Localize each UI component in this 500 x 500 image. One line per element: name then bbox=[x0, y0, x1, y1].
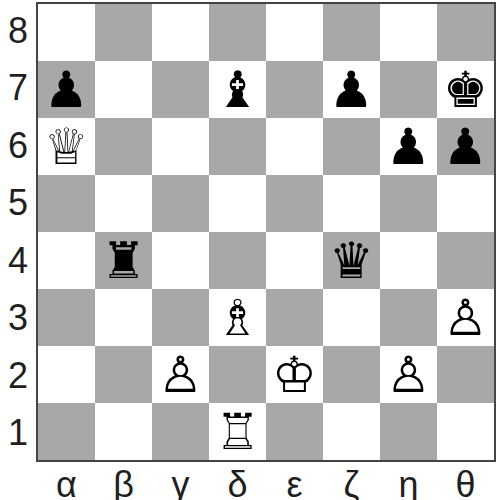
rank-label-3: 3 bbox=[0, 290, 36, 348]
black-king: ♚ bbox=[443, 65, 488, 115]
corner-spacer bbox=[0, 462, 36, 500]
square-ε8[interactable] bbox=[266, 4, 323, 61]
square-α2[interactable] bbox=[38, 346, 95, 403]
square-ε2[interactable]: ♔ bbox=[266, 346, 323, 403]
square-δ4[interactable] bbox=[209, 232, 266, 289]
rank-label-2: 2 bbox=[0, 347, 36, 405]
file-label-ε: ε bbox=[266, 462, 323, 500]
square-β8[interactable] bbox=[95, 4, 152, 61]
black-rook: ♜ bbox=[101, 236, 146, 286]
rank-label-5: 5 bbox=[0, 175, 36, 233]
square-β6[interactable] bbox=[95, 118, 152, 175]
black-pawn: ♟ bbox=[44, 65, 89, 115]
square-α4[interactable] bbox=[38, 232, 95, 289]
square-β7[interactable] bbox=[95, 61, 152, 118]
file-label-β: β bbox=[95, 462, 152, 500]
file-label-θ: θ bbox=[437, 462, 494, 500]
square-θ1[interactable] bbox=[437, 403, 494, 460]
black-pawn: ♟ bbox=[443, 122, 488, 172]
white-queen: ♕ bbox=[44, 122, 89, 172]
square-θ2[interactable] bbox=[437, 346, 494, 403]
square-θ7[interactable]: ♚ bbox=[437, 61, 494, 118]
square-γ3[interactable] bbox=[152, 289, 209, 346]
black-pawn: ♟ bbox=[329, 65, 374, 115]
white-bishop: ♗ bbox=[215, 293, 260, 343]
white-pawn: ♙ bbox=[158, 350, 203, 400]
black-bishop: ♝ bbox=[215, 65, 260, 115]
square-δ3[interactable]: ♗ bbox=[209, 289, 266, 346]
white-pawn: ♙ bbox=[386, 350, 431, 400]
file-labels: αβγδεζηθ bbox=[38, 462, 496, 500]
rank-label-1: 1 bbox=[0, 405, 36, 463]
square-ε6[interactable] bbox=[266, 118, 323, 175]
square-θ4[interactable] bbox=[437, 232, 494, 289]
rank-label-6: 6 bbox=[0, 117, 36, 175]
black-pawn: ♟ bbox=[386, 122, 431, 172]
square-δ8[interactable] bbox=[209, 4, 266, 61]
rank-label-7: 7 bbox=[0, 60, 36, 118]
square-δ6[interactable] bbox=[209, 118, 266, 175]
square-γ6[interactable] bbox=[152, 118, 209, 175]
square-ζ3[interactable] bbox=[323, 289, 380, 346]
white-rook: ♖ bbox=[215, 407, 260, 457]
square-γ5[interactable] bbox=[152, 175, 209, 232]
square-η5[interactable] bbox=[380, 175, 437, 232]
white-pawn: ♙ bbox=[443, 293, 488, 343]
square-ζ5[interactable] bbox=[323, 175, 380, 232]
square-α6[interactable]: ♕ bbox=[38, 118, 95, 175]
square-δ1[interactable]: ♖ bbox=[209, 403, 266, 460]
square-α7[interactable]: ♟ bbox=[38, 61, 95, 118]
chess-diagram: 87654321 ♟♝♟♚♕♟♟♜♛♗♙♙♔♙♖ αβγδεζηθ bbox=[0, 0, 500, 500]
rank-labels: 87654321 bbox=[0, 2, 36, 462]
square-ζ2[interactable] bbox=[323, 346, 380, 403]
square-ε4[interactable] bbox=[266, 232, 323, 289]
square-γ1[interactable] bbox=[152, 403, 209, 460]
square-δ2[interactable] bbox=[209, 346, 266, 403]
square-α5[interactable] bbox=[38, 175, 95, 232]
file-label-ζ: ζ bbox=[323, 462, 380, 500]
square-γ4[interactable] bbox=[152, 232, 209, 289]
square-η3[interactable] bbox=[380, 289, 437, 346]
file-label-γ: γ bbox=[152, 462, 209, 500]
square-ε1[interactable] bbox=[266, 403, 323, 460]
file-label-η: η bbox=[380, 462, 437, 500]
square-β3[interactable] bbox=[95, 289, 152, 346]
square-α8[interactable] bbox=[38, 4, 95, 61]
square-β5[interactable] bbox=[95, 175, 152, 232]
square-θ6[interactable]: ♟ bbox=[437, 118, 494, 175]
rank-label-4: 4 bbox=[0, 232, 36, 290]
square-η4[interactable] bbox=[380, 232, 437, 289]
square-θ8[interactable] bbox=[437, 4, 494, 61]
chess-board: ♟♝♟♚♕♟♟♜♛♗♙♙♔♙♖ bbox=[36, 2, 496, 462]
square-ε7[interactable] bbox=[266, 61, 323, 118]
square-η8[interactable] bbox=[380, 4, 437, 61]
square-ζ6[interactable] bbox=[323, 118, 380, 175]
square-γ8[interactable] bbox=[152, 4, 209, 61]
square-η1[interactable] bbox=[380, 403, 437, 460]
file-label-α: α bbox=[38, 462, 95, 500]
square-β2[interactable] bbox=[95, 346, 152, 403]
file-label-δ: δ bbox=[209, 462, 266, 500]
square-β1[interactable] bbox=[95, 403, 152, 460]
rank-label-8: 8 bbox=[0, 2, 36, 60]
square-ζ7[interactable]: ♟ bbox=[323, 61, 380, 118]
square-η2[interactable]: ♙ bbox=[380, 346, 437, 403]
white-king: ♔ bbox=[272, 350, 317, 400]
square-ζ1[interactable] bbox=[323, 403, 380, 460]
square-ε3[interactable] bbox=[266, 289, 323, 346]
square-ζ4[interactable]: ♛ bbox=[323, 232, 380, 289]
black-queen: ♛ bbox=[329, 236, 374, 286]
square-δ5[interactable] bbox=[209, 175, 266, 232]
square-η6[interactable]: ♟ bbox=[380, 118, 437, 175]
square-η7[interactable] bbox=[380, 61, 437, 118]
square-α1[interactable] bbox=[38, 403, 95, 460]
square-γ2[interactable]: ♙ bbox=[152, 346, 209, 403]
square-γ7[interactable] bbox=[152, 61, 209, 118]
square-β4[interactable]: ♜ bbox=[95, 232, 152, 289]
square-θ5[interactable] bbox=[437, 175, 494, 232]
square-α3[interactable] bbox=[38, 289, 95, 346]
square-ζ8[interactable] bbox=[323, 4, 380, 61]
square-ε5[interactable] bbox=[266, 175, 323, 232]
square-θ3[interactable]: ♙ bbox=[437, 289, 494, 346]
square-δ7[interactable]: ♝ bbox=[209, 61, 266, 118]
